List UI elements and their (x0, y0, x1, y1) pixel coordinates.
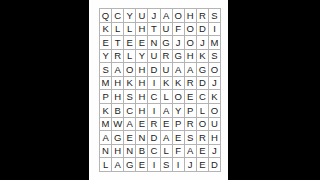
grid-cell-r5c5[interactable]: D (148, 63, 160, 77)
grid-cell-r8c6[interactable]: A (161, 104, 173, 118)
grid-cell-r9c6[interactable]: E (161, 118, 173, 132)
grid-cell-r2c3[interactable]: L (124, 23, 136, 37)
grid-cell-r6c6[interactable]: K (161, 77, 173, 91)
grid-cell-r12c8[interactable]: J (185, 158, 197, 172)
grid-cell-r4c4[interactable]: Y (136, 50, 148, 64)
grid-cell-r5c6[interactable]: U (161, 63, 173, 77)
grid-cell-r3c9[interactable]: J (197, 36, 209, 50)
grid-cell-r7c9[interactable]: C (197, 90, 209, 104)
grid-cell-r6c4[interactable]: H (136, 77, 148, 91)
grid-cell-r1c10[interactable]: S (209, 9, 221, 23)
grid-cell-r10c10[interactable]: H (209, 131, 221, 145)
grid-cell-r11c3[interactable]: N (124, 145, 136, 159)
grid-cell-r7c8[interactable]: E (185, 90, 197, 104)
letterbox-left (0, 0, 89, 180)
grid-cell-r7c7[interactable]: O (173, 90, 185, 104)
grid-cell-r5c4[interactable]: H (136, 63, 148, 77)
grid-cell-r6c9[interactable]: D (197, 77, 209, 91)
grid-cell-r1c8[interactable]: H (185, 9, 197, 23)
grid-cell-r8c4[interactable]: H (136, 104, 148, 118)
grid-cell-r9c4[interactable]: E (136, 118, 148, 132)
grid-cell-r3c7[interactable]: J (173, 36, 185, 50)
grid-cell-r10c1[interactable]: A (100, 131, 112, 145)
grid-cell-r11c7[interactable]: F (173, 145, 185, 159)
grid-cell-r7c5[interactable]: C (148, 90, 160, 104)
grid-cell-r6c1[interactable]: M (100, 77, 112, 91)
grid-cell-r3c3[interactable]: E (124, 36, 136, 50)
grid-cell-r1c2[interactable]: C (112, 9, 124, 23)
grid-cell-r4c2[interactable]: R (112, 50, 124, 64)
grid-cell-r6c2[interactable]: H (112, 77, 124, 91)
grid-cell-r3c6[interactable]: G (161, 36, 173, 50)
grid-cell-r7c2[interactable]: H (112, 90, 124, 104)
grid-cell-r5c7[interactable]: A (173, 63, 185, 77)
grid-cell-r7c10[interactable]: K (209, 90, 221, 104)
grid-cell-r6c10[interactable]: J (209, 77, 221, 91)
grid-cell-r1c9[interactable]: R (197, 9, 209, 23)
grid-cell-r4c9[interactable]: K (197, 50, 209, 64)
grid-cell-r8c1[interactable]: K (100, 104, 112, 118)
grid-cell-r1c3[interactable]: Y (124, 9, 136, 23)
grid-cell-r10c6[interactable]: A (161, 131, 173, 145)
grid-cell-r10c9[interactable]: R (197, 131, 209, 145)
grid-cell-r9c9[interactable]: O (197, 118, 209, 132)
grid-cell-r10c5[interactable]: D (148, 131, 160, 145)
grid-cell-r12c9[interactable]: E (197, 158, 209, 172)
grid-cell-r5c8[interactable]: A (185, 63, 197, 77)
grid-cell-r5c2[interactable]: A (112, 63, 124, 77)
grid-cell-r12c6[interactable]: S (161, 158, 173, 172)
grid-cell-r12c1[interactable]: L (100, 158, 112, 172)
grid-cell-r1c4[interactable]: U (136, 9, 148, 23)
grid-cell-r5c10[interactable]: O (209, 63, 221, 77)
grid-cell-r9c8[interactable]: R (185, 118, 197, 132)
grid-cell-r12c2[interactable]: A (112, 158, 124, 172)
letterbox-right (228, 0, 320, 180)
grid-cell-r8c9[interactable]: L (197, 104, 209, 118)
grid-cell-r9c5[interactable]: R (148, 118, 160, 132)
grid-cell-r7c3[interactable]: S (124, 90, 136, 104)
grid-cell-r2c5[interactable]: T (148, 23, 160, 37)
grid-cell-r3c4[interactable]: E (136, 36, 148, 50)
grid-cell-r3c2[interactable]: T (112, 36, 124, 50)
grid-cell-r7c1[interactable]: P (100, 90, 112, 104)
grid-cell-r4c7[interactable]: G (173, 50, 185, 64)
grid-cell-r5c1[interactable]: S (100, 63, 112, 77)
grid-cell-r6c3[interactable]: K (124, 77, 136, 91)
grid-cell-r10c2[interactable]: G (112, 131, 124, 145)
puzzle-page: QCYUJAOHRSKLLHTUFODIETEENGJOJMYRLYURGHKS… (89, 0, 228, 180)
grid-cell-r2c9[interactable]: D (197, 23, 209, 37)
grid-cell-r2c7[interactable]: F (173, 23, 185, 37)
grid-cell-r5c9[interactable]: G (197, 63, 209, 77)
grid-cell-r1c5[interactable]: J (148, 9, 160, 23)
grid-cell-r9c7[interactable]: P (173, 118, 185, 132)
grid-cell-r2c10[interactable]: I (209, 23, 221, 37)
grid-cell-r3c8[interactable]: O (185, 36, 197, 50)
grid-cell-r2c1[interactable]: K (100, 23, 112, 37)
grid-cell-r11c9[interactable]: E (197, 145, 209, 159)
grid-cell-r5c3[interactable]: O (124, 63, 136, 77)
grid-cell-r11c8[interactable]: A (185, 145, 197, 159)
grid-cell-r4c5[interactable]: U (148, 50, 160, 64)
grid-cell-r12c7[interactable]: I (173, 158, 185, 172)
grid-cell-r1c7[interactable]: O (173, 9, 185, 23)
grid-cell-r12c3[interactable]: G (124, 158, 136, 172)
grid-cell-r4c10[interactable]: S (209, 50, 221, 64)
grid-cell-r4c1[interactable]: Y (100, 50, 112, 64)
grid-cell-r9c1[interactable]: M (100, 118, 112, 132)
grid-cell-r12c5[interactable]: I (148, 158, 160, 172)
grid-cell-r1c1[interactable]: Q (100, 9, 112, 23)
grid-cell-r3c10[interactable]: M (209, 36, 221, 50)
grid-cell-r8c3[interactable]: C (124, 104, 136, 118)
grid-cell-r8c10[interactable]: O (209, 104, 221, 118)
grid-cell-r2c6[interactable]: U (161, 23, 173, 37)
grid-cell-r3c5[interactable]: N (148, 36, 160, 50)
grid-cell-r11c6[interactable]: L (161, 145, 173, 159)
grid-cell-r8c2[interactable]: B (112, 104, 124, 118)
grid-cell-r6c5[interactable]: I (148, 77, 160, 91)
grid-cell-r2c8[interactable]: O (185, 23, 197, 37)
grid-cell-r6c7[interactable]: K (173, 77, 185, 91)
grid-cell-r8c8[interactable]: P (185, 104, 197, 118)
grid-cell-r11c1[interactable]: N (100, 145, 112, 159)
grid-cell-r10c8[interactable]: S (185, 131, 197, 145)
grid-cell-r1c6[interactable]: A (161, 9, 173, 23)
grid-cell-r10c4[interactable]: N (136, 131, 148, 145)
grid-cell-r6c8[interactable]: R (185, 77, 197, 91)
grid-cell-r8c5[interactable]: I (148, 104, 160, 118)
grid-cell-r9c3[interactable]: A (124, 118, 136, 132)
grid-cell-r10c7[interactable]: E (173, 131, 185, 145)
grid-cell-r7c6[interactable]: L (161, 90, 173, 104)
grid-cell-r11c5[interactable]: C (148, 145, 160, 159)
grid-cell-r8c7[interactable]: Y (173, 104, 185, 118)
grid-cell-r2c4[interactable]: H (136, 23, 148, 37)
grid-cell-r2c2[interactable]: L (112, 23, 124, 37)
grid-cell-r10c3[interactable]: E (124, 131, 136, 145)
grid-cell-r12c4[interactable]: E (136, 158, 148, 172)
grid-cell-r3c1[interactable]: E (100, 36, 112, 50)
word-search-grid: QCYUJAOHRSKLLHTUFODIETEENGJOJMYRLYURGHKS… (99, 8, 221, 172)
grid-cell-r4c3[interactable]: L (124, 50, 136, 64)
grid-cell-r9c10[interactable]: U (209, 118, 221, 132)
grid-cell-r11c10[interactable]: J (209, 145, 221, 159)
grid-cell-r12c10[interactable]: D (209, 158, 221, 172)
grid-cell-r11c2[interactable]: H (112, 145, 124, 159)
grid-cell-r4c8[interactable]: H (185, 50, 197, 64)
grid-cell-r11c4[interactable]: B (136, 145, 148, 159)
video-frame: QCYUJAOHRSKLLHTUFODIETEENGJOJMYRLYURGHKS… (0, 0, 320, 180)
grid-cell-r4c6[interactable]: R (161, 50, 173, 64)
grid-cell-r7c4[interactable]: H (136, 90, 148, 104)
grid-cell-r9c2[interactable]: W (112, 118, 124, 132)
